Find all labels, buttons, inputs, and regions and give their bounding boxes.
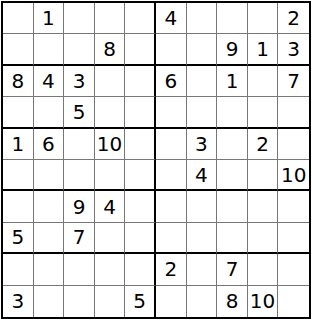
cell-r4c1[interactable] [3, 97, 34, 128]
cell-r7c3[interactable]: 9 [64, 191, 95, 222]
cell-r3c9[interactable] [248, 66, 279, 97]
cell-r9c5[interactable] [125, 254, 156, 285]
cell-r5c3[interactable] [64, 129, 95, 160]
cell-r3c8[interactable]: 1 [217, 66, 248, 97]
cell-r9c1[interactable] [3, 254, 34, 285]
cell-r8c9[interactable] [248, 223, 279, 254]
cell-r4c2[interactable] [34, 97, 65, 128]
cell-r7c7[interactable] [187, 191, 218, 222]
cell-r7c2[interactable] [34, 191, 65, 222]
cell-r4c8[interactable] [217, 97, 248, 128]
cell-r8c4[interactable] [95, 223, 126, 254]
cell-r7c10[interactable] [278, 191, 309, 222]
cell-r4c4[interactable] [95, 97, 126, 128]
cell-r2c2[interactable] [34, 34, 65, 65]
cell-r6c9[interactable] [248, 160, 279, 191]
cell-r6c8[interactable] [217, 160, 248, 191]
cell-r7c8[interactable] [217, 191, 248, 222]
cell-r8c2[interactable] [34, 223, 65, 254]
cell-r10c8[interactable]: 8 [217, 286, 248, 317]
cell-r8c3[interactable]: 7 [64, 223, 95, 254]
cell-r3c3[interactable]: 3 [64, 66, 95, 97]
cell-r10c10[interactable] [278, 286, 309, 317]
cell-r2c1[interactable] [3, 34, 34, 65]
cell-r7c9[interactable] [248, 191, 279, 222]
cell-r2c4[interactable]: 8 [95, 34, 126, 65]
cell-r9c9[interactable] [248, 254, 279, 285]
cell-r4c10[interactable] [278, 97, 309, 128]
cell-r9c2[interactable] [34, 254, 65, 285]
cell-r9c3[interactable] [64, 254, 95, 285]
cell-r1c5[interactable] [125, 3, 156, 34]
cell-r4c5[interactable] [125, 97, 156, 128]
cell-r1c8[interactable] [217, 3, 248, 34]
cell-r8c7[interactable] [187, 223, 218, 254]
cell-r1c9[interactable] [248, 3, 279, 34]
cell-r5c10[interactable] [278, 129, 309, 160]
cell-r1c3[interactable] [64, 3, 95, 34]
cell-r3c7[interactable] [187, 66, 218, 97]
cell-r10c9[interactable]: 10 [248, 286, 279, 317]
cell-r6c3[interactable] [64, 160, 95, 191]
cell-r5c8[interactable] [217, 129, 248, 160]
cell-r6c1[interactable] [3, 160, 34, 191]
cell-r1c10[interactable]: 2 [278, 3, 309, 34]
cell-r3c4[interactable] [95, 66, 126, 97]
cell-r9c7[interactable] [187, 254, 218, 285]
cell-r3c10[interactable]: 7 [278, 66, 309, 97]
cell-r8c6[interactable] [156, 223, 187, 254]
cell-r9c10[interactable] [278, 254, 309, 285]
cell-r2c6[interactable] [156, 34, 187, 65]
cell-r10c7[interactable] [187, 286, 218, 317]
cell-r10c6[interactable] [156, 286, 187, 317]
cell-r7c1[interactable] [3, 191, 34, 222]
cell-r5c5[interactable] [125, 129, 156, 160]
cell-r1c6[interactable]: 4 [156, 3, 187, 34]
cell-r6c10[interactable]: 10 [278, 160, 309, 191]
cell-r10c2[interactable] [34, 286, 65, 317]
cell-r6c5[interactable] [125, 160, 156, 191]
cell-r7c6[interactable] [156, 191, 187, 222]
cell-r5c1[interactable]: 1 [3, 129, 34, 160]
cell-r10c1[interactable]: 3 [3, 286, 34, 317]
cell-r6c4[interactable] [95, 160, 126, 191]
cell-r2c8[interactable]: 9 [217, 34, 248, 65]
cell-r3c5[interactable] [125, 66, 156, 97]
cell-r4c9[interactable] [248, 97, 279, 128]
cell-r5c4[interactable]: 10 [95, 129, 126, 160]
cell-r3c2[interactable]: 4 [34, 66, 65, 97]
cell-r10c4[interactable] [95, 286, 126, 317]
cell-r2c3[interactable] [64, 34, 95, 65]
cell-r10c5[interactable]: 5 [125, 286, 156, 317]
cell-r2c10[interactable]: 3 [278, 34, 309, 65]
cell-r9c4[interactable] [95, 254, 126, 285]
cell-r2c7[interactable] [187, 34, 218, 65]
sudoku-board: 1428913843617516103241094572735810 [1, 1, 311, 319]
cell-r5c2[interactable]: 6 [34, 129, 65, 160]
cell-r5c6[interactable] [156, 129, 187, 160]
cell-r1c4[interactable] [95, 3, 126, 34]
cell-r2c5[interactable] [125, 34, 156, 65]
cell-r6c6[interactable] [156, 160, 187, 191]
cell-r1c7[interactable] [187, 3, 218, 34]
cell-r4c3[interactable]: 5 [64, 97, 95, 128]
cell-r8c10[interactable] [278, 223, 309, 254]
cell-r10c3[interactable] [64, 286, 95, 317]
cell-r5c7[interactable]: 3 [187, 129, 218, 160]
cell-r1c1[interactable] [3, 3, 34, 34]
cell-r2c9[interactable]: 1 [248, 34, 279, 65]
cell-r6c7[interactable]: 4 [187, 160, 218, 191]
cell-r7c4[interactable]: 4 [95, 191, 126, 222]
cell-r8c8[interactable] [217, 223, 248, 254]
cell-r4c7[interactable] [187, 97, 218, 128]
cell-r5c9[interactable]: 2 [248, 129, 279, 160]
cell-r7c5[interactable] [125, 191, 156, 222]
cell-r9c8[interactable]: 7 [217, 254, 248, 285]
cell-r8c1[interactable]: 5 [3, 223, 34, 254]
cell-r3c6[interactable]: 6 [156, 66, 187, 97]
cell-r1c2[interactable]: 1 [34, 3, 65, 34]
cell-r6c2[interactable] [34, 160, 65, 191]
cell-r8c5[interactable] [125, 223, 156, 254]
cell-r3c1[interactable]: 8 [3, 66, 34, 97]
cell-r4c6[interactable] [156, 97, 187, 128]
cell-r9c6[interactable]: 2 [156, 254, 187, 285]
